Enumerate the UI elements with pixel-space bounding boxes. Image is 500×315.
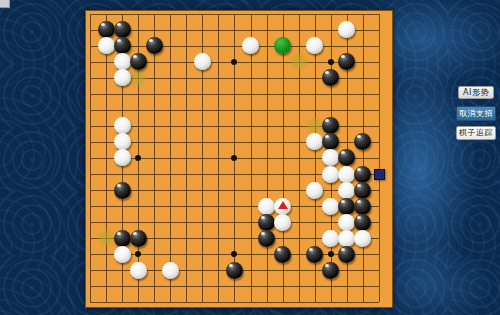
grid-line xyxy=(251,14,252,303)
black-stone xyxy=(354,133,371,150)
black-stone xyxy=(322,262,339,279)
black-stone xyxy=(354,214,371,231)
grid-line xyxy=(267,14,268,303)
grid-line xyxy=(90,222,379,223)
grid-line xyxy=(90,286,379,287)
white-stone xyxy=(114,53,131,70)
black-stone xyxy=(322,133,339,150)
black-stone xyxy=(338,53,355,70)
grid-line xyxy=(90,302,379,303)
star-point xyxy=(135,251,141,257)
black-stone xyxy=(338,149,355,166)
white-stone xyxy=(322,198,339,215)
grid-line xyxy=(90,190,379,191)
ai-evaluation-button[interactable]: AI形势 xyxy=(458,86,494,99)
black-stone xyxy=(322,117,339,134)
white-stone xyxy=(194,53,211,70)
green-stone xyxy=(274,37,291,54)
highlight-marker xyxy=(130,70,146,86)
white-stone xyxy=(306,37,323,54)
highlight-marker xyxy=(291,54,307,70)
white-stone xyxy=(114,149,131,166)
black-stone xyxy=(130,230,147,247)
black-stone xyxy=(322,69,339,86)
white-stone xyxy=(354,230,371,247)
white-stone xyxy=(322,230,339,247)
white-stone xyxy=(322,166,339,183)
white-stone xyxy=(274,214,291,231)
cancel-hint-button[interactable]: 取消支招 xyxy=(456,106,496,121)
white-stone xyxy=(242,37,259,54)
white-stone xyxy=(306,182,323,199)
white-stone xyxy=(338,182,355,199)
black-stone xyxy=(114,37,131,54)
star-point xyxy=(328,59,334,65)
grid-line xyxy=(379,14,380,303)
grid-line xyxy=(363,14,364,303)
star-point xyxy=(231,155,237,161)
black-stone xyxy=(338,246,355,263)
blue-square-marker xyxy=(374,169,385,180)
black-stone xyxy=(146,37,163,54)
black-stone xyxy=(354,198,371,215)
highlight-marker xyxy=(98,230,114,246)
white-stone xyxy=(98,37,115,54)
black-stone xyxy=(354,166,371,183)
white-stone xyxy=(338,214,355,231)
highlight-marker xyxy=(307,118,323,134)
black-stone xyxy=(274,246,291,263)
black-stone xyxy=(338,198,355,215)
white-stone xyxy=(338,230,355,247)
white-stone xyxy=(162,262,179,279)
black-stone xyxy=(98,21,115,38)
white-stone xyxy=(338,166,355,183)
black-stone xyxy=(130,53,147,70)
star-point xyxy=(231,251,237,257)
star-point xyxy=(231,59,237,65)
black-stone xyxy=(114,182,131,199)
white-stone xyxy=(338,21,355,38)
white-stone xyxy=(322,149,339,166)
white-stone xyxy=(258,198,275,215)
white-stone xyxy=(114,69,131,86)
black-stone xyxy=(258,230,275,247)
stone-trace-button[interactable]: 棋子追踪 xyxy=(456,126,496,140)
white-stone xyxy=(130,262,147,279)
last-move-triangle-marker xyxy=(278,201,288,209)
white-stone xyxy=(114,117,131,134)
star-point xyxy=(328,251,334,257)
white-stone xyxy=(114,133,131,150)
black-stone xyxy=(306,246,323,263)
window-corner-fragment xyxy=(0,0,10,8)
black-stone xyxy=(226,262,243,279)
black-stone xyxy=(354,182,371,199)
white-stone xyxy=(306,133,323,150)
star-point xyxy=(135,155,141,161)
black-stone xyxy=(114,21,131,38)
black-stone xyxy=(114,230,131,247)
go-board[interactable] xyxy=(85,10,393,308)
white-stone xyxy=(114,246,131,263)
black-stone xyxy=(258,214,275,231)
